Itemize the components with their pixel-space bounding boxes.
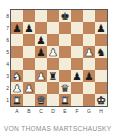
- white-queen: ♛: [36, 94, 45, 106]
- file-labels: ABCDEFGH: [11, 107, 108, 115]
- square-d6: [47, 34, 59, 46]
- square-a3: ♞: [11, 70, 23, 82]
- chess-diagram: 87654321 ♚♟♟♟♟♟♟♟♞♞♟♜♟♟♟♟♛♜♛♜♚ ABCDEFGH: [3, 9, 114, 115]
- square-a4: [11, 58, 23, 70]
- white-pawn: ♟: [36, 70, 45, 82]
- square-b1: [23, 94, 35, 106]
- square-d8: [47, 10, 59, 22]
- square-e4: [59, 58, 71, 70]
- square-f8: [71, 10, 83, 22]
- file-label-b: B: [23, 107, 35, 115]
- rank-label-7: 7: [3, 22, 10, 34]
- white-rook: ♜: [12, 94, 21, 106]
- file-label-f: F: [71, 107, 83, 115]
- white-knight: ♞: [12, 70, 21, 82]
- square-g5: ♟: [83, 46, 95, 58]
- square-g4: [83, 58, 95, 70]
- black-pawn: ♟: [36, 46, 45, 58]
- square-h3: [95, 70, 107, 82]
- file-label-c: C: [35, 107, 47, 115]
- square-c8: [35, 10, 47, 22]
- square-f6: [71, 34, 83, 46]
- file-label-g: G: [83, 107, 95, 115]
- black-queen: ♛: [60, 82, 69, 94]
- square-h2: [95, 82, 107, 94]
- square-f7: [71, 22, 83, 34]
- square-e2: ♛: [59, 82, 71, 94]
- black-rook: ♜: [48, 70, 57, 82]
- square-b5: [23, 46, 35, 58]
- square-a1: ♜: [11, 94, 23, 106]
- square-d2: [47, 82, 59, 94]
- square-f1: [71, 94, 83, 106]
- square-d3: ♜: [47, 70, 59, 82]
- black-knight: ♞: [96, 46, 105, 58]
- square-h8: [95, 10, 107, 22]
- board: ♚♟♟♟♟♟♟♟♞♞♟♜♟♟♟♟♛♜♛♜♚: [10, 9, 108, 107]
- board-area: 87654321 ♚♟♟♟♟♟♟♟♞♞♟♜♟♟♟♟♛♜♛♜♚ ABCDEFGH: [3, 9, 114, 115]
- square-f5: [71, 46, 83, 58]
- square-b8: [23, 10, 35, 22]
- square-c4: [35, 58, 47, 70]
- square-b3: [23, 70, 35, 82]
- square-a7: ♟: [11, 22, 23, 34]
- square-e6: [59, 34, 71, 46]
- black-pawn: ♟: [72, 70, 81, 82]
- square-b7: ♟: [23, 22, 35, 34]
- white-rook: ♜: [60, 94, 69, 106]
- rank-label-6: 6: [3, 34, 10, 46]
- square-c2: [35, 82, 47, 94]
- square-e7: [59, 22, 71, 34]
- square-a6: [11, 34, 23, 46]
- square-c7: [35, 22, 47, 34]
- square-h1: ♚: [95, 94, 107, 106]
- square-g6: [83, 34, 95, 46]
- rank-label-8: 8: [3, 10, 10, 22]
- white-pawn: ♟: [84, 46, 93, 58]
- square-h7: ♟: [95, 22, 107, 34]
- square-a2: ♟: [11, 82, 23, 94]
- square-c6: ♟: [35, 34, 47, 46]
- square-b2: ♟: [23, 82, 35, 94]
- square-d4: [47, 58, 59, 70]
- square-f2: [71, 82, 83, 94]
- square-e5: [59, 46, 71, 58]
- white-king: ♚: [96, 94, 105, 106]
- black-pawn: ♟: [84, 70, 93, 82]
- white-pawn: ♟: [48, 46, 57, 58]
- square-d1: [47, 94, 59, 106]
- rank-label-4: 4: [3, 58, 10, 70]
- square-e1: ♜: [59, 94, 71, 106]
- square-h4: [95, 58, 107, 70]
- rank-labels: 87654321: [3, 10, 10, 106]
- square-b6: [23, 34, 35, 46]
- file-label-d: D: [47, 107, 59, 115]
- square-c1: ♛: [35, 94, 47, 106]
- square-c3: ♟: [35, 70, 47, 82]
- white-pawn: ♟: [12, 82, 21, 94]
- square-h6: [95, 34, 107, 46]
- square-c5: ♟: [35, 46, 47, 58]
- square-a5: [11, 46, 23, 58]
- square-d7: [47, 22, 59, 34]
- rank-label-5: 5: [3, 46, 10, 58]
- file-label-a: A: [11, 107, 23, 115]
- black-pawn: ♟: [24, 22, 33, 34]
- rank-label-1: 1: [3, 94, 10, 106]
- rank-label-2: 2: [3, 82, 10, 94]
- file-label-h: H: [95, 107, 107, 115]
- rank-label-3: 3: [3, 70, 10, 82]
- black-pawn: ♟: [96, 22, 105, 34]
- square-e8: ♚: [59, 10, 71, 22]
- square-e3: [59, 70, 71, 82]
- black-king: ♚: [60, 10, 69, 22]
- white-pawn: ♟: [24, 82, 33, 94]
- square-d5: ♟: [47, 46, 59, 58]
- square-g2: [83, 82, 95, 94]
- diagram-caption: VON THOMAS MARTSCHAUSKY: [4, 125, 114, 132]
- square-a8: [11, 10, 23, 22]
- square-f3: ♟: [71, 70, 83, 82]
- square-g1: [83, 94, 95, 106]
- black-pawn: ♟: [12, 22, 21, 34]
- black-pawn: ♟: [36, 34, 45, 46]
- square-g3: ♟: [83, 70, 95, 82]
- file-label-e: E: [59, 107, 71, 115]
- square-g7: [83, 22, 95, 34]
- square-g8: [83, 10, 95, 22]
- square-f4: [71, 58, 83, 70]
- square-h5: ♞: [95, 46, 107, 58]
- square-b4: [23, 58, 35, 70]
